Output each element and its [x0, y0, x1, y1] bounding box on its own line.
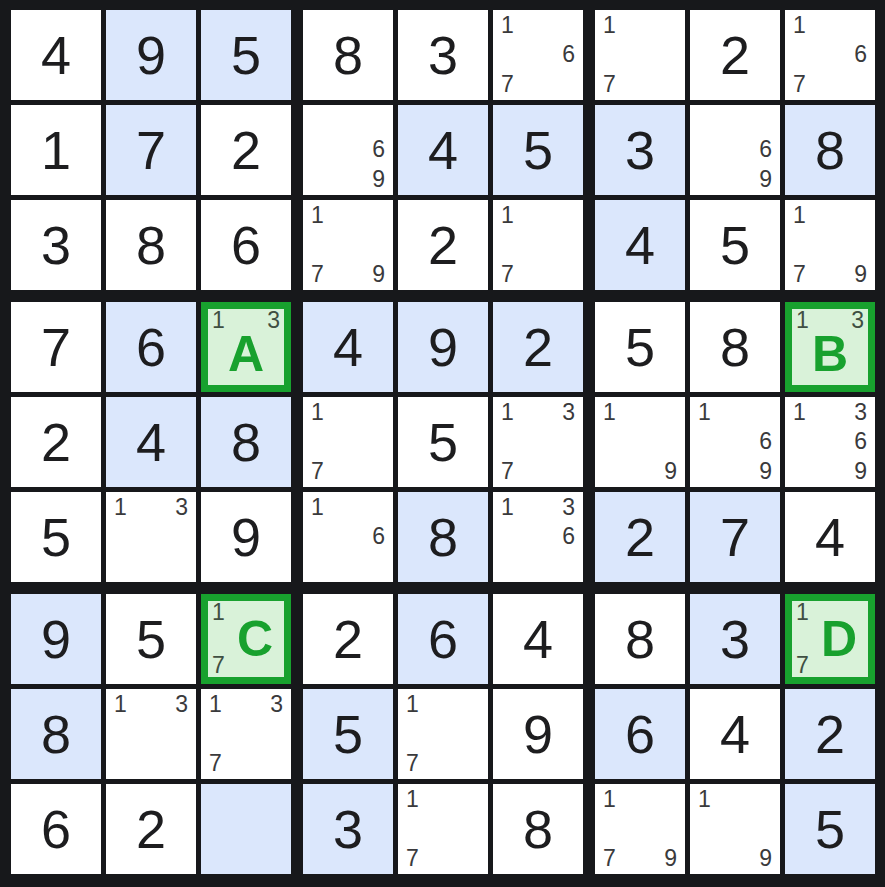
- cell-label-B: B: [792, 316, 868, 392]
- cell-r3c6[interactable]: 17: [493, 200, 583, 290]
- candidate-digit: 7: [311, 460, 324, 483]
- candidate-digit: 7: [603, 73, 616, 96]
- cell-r5c2[interactable]: 4: [106, 397, 196, 487]
- candidate-digit: 9: [664, 847, 677, 870]
- cell-r7c5[interactable]: 6: [398, 594, 488, 684]
- candidate-digit: 7: [603, 847, 616, 870]
- candidate-digit: 1: [603, 401, 616, 424]
- candidate-digit: 6: [759, 430, 772, 453]
- digit: 6: [398, 594, 488, 684]
- cell-r6c8[interactable]: 7: [690, 492, 780, 582]
- cell-r3c4[interactable]: 179: [303, 200, 393, 290]
- pencil-marks: 17: [501, 204, 575, 286]
- candidate-digit: 1: [311, 496, 324, 519]
- digit: 2: [785, 689, 875, 779]
- cell-r1c6[interactable]: 167: [493, 10, 583, 100]
- pencil-marks: 137: [209, 693, 283, 775]
- pencil-marks: 179: [793, 204, 867, 286]
- pencil-marks: 13: [114, 693, 188, 775]
- cell-r3c1[interactable]: 3: [11, 200, 101, 290]
- digit: 8: [11, 689, 101, 779]
- cell-r7c1[interactable]: 9: [11, 594, 101, 684]
- cell-r1c4[interactable]: 8: [303, 10, 393, 100]
- digit: 4: [595, 200, 685, 290]
- cell-r7c2[interactable]: 5: [106, 594, 196, 684]
- digit: 9: [398, 302, 488, 392]
- candidate-digit: 7: [501, 460, 514, 483]
- cell-r9c8[interactable]: 19: [690, 784, 780, 874]
- digit: 6: [201, 200, 291, 290]
- cell-r5c3[interactable]: 8: [201, 397, 291, 487]
- cell-r4c7[interactable]: 5: [595, 302, 685, 392]
- digit: 5: [690, 200, 780, 290]
- cell-r9c5[interactable]: 17: [398, 784, 488, 874]
- digit: 4: [785, 492, 875, 582]
- pencil-marks: 19: [698, 788, 772, 870]
- cell-r3c8[interactable]: 5: [690, 200, 780, 290]
- cell-r5c8[interactable]: 169: [690, 397, 780, 487]
- candidate-digit: 7: [793, 73, 806, 96]
- cell-r3c5[interactable]: 2: [398, 200, 488, 290]
- cell-r8c3[interactable]: 137: [201, 689, 291, 779]
- cell-r9c3[interactable]: [201, 784, 291, 874]
- pencil-marks: 13: [114, 496, 188, 578]
- digit: 3: [303, 784, 393, 874]
- candidate-digit: 6: [759, 138, 772, 161]
- pencil-marks: 167: [501, 14, 575, 96]
- cell-r8c1[interactable]: 8: [11, 689, 101, 779]
- cell-r2c6[interactable]: 5: [493, 105, 583, 195]
- digit: 4: [106, 397, 196, 487]
- cell-r1c9[interactable]: 167: [785, 10, 875, 100]
- digit: 5: [398, 397, 488, 487]
- cell-r9c9[interactable]: 5: [785, 784, 875, 874]
- digit: 4: [398, 105, 488, 195]
- candidate-digit: 1: [603, 14, 616, 37]
- digit: 7: [690, 492, 780, 582]
- digit: 9: [493, 689, 583, 779]
- cell-r2c1[interactable]: 1: [11, 105, 101, 195]
- candidate-digit: 1: [311, 401, 324, 424]
- digit: 9: [11, 594, 101, 684]
- digit: 5: [595, 302, 685, 392]
- pencil-marks: 1369: [793, 401, 867, 483]
- cell-r6c1[interactable]: 5: [11, 492, 101, 582]
- candidate-digit: 1: [311, 204, 324, 227]
- digit: 6: [11, 784, 101, 874]
- pencil-marks: 136: [501, 496, 575, 578]
- candidate-digit: 9: [854, 263, 867, 286]
- cell-r1c3[interactable]: 5: [201, 10, 291, 100]
- cell-r2c8[interactable]: 69: [690, 105, 780, 195]
- cell-r5c9[interactable]: 1369: [785, 397, 875, 487]
- digit: 8: [303, 10, 393, 100]
- cell-label-D: D: [801, 601, 877, 677]
- pencil-marks: 17: [603, 14, 677, 96]
- cell-r3c7[interactable]: 4: [595, 200, 685, 290]
- pencil-marks: 169: [698, 401, 772, 483]
- cell-r4c4[interactable]: 4: [303, 302, 393, 392]
- candidate-digit: 6: [562, 43, 575, 66]
- cell-r5c1[interactable]: 2: [11, 397, 101, 487]
- digit: 3: [595, 105, 685, 195]
- candidate-digit: 9: [759, 460, 772, 483]
- candidate-digit: 3: [854, 401, 867, 424]
- cell-r6c7[interactable]: 2: [595, 492, 685, 582]
- cell-r3c2[interactable]: 8: [106, 200, 196, 290]
- candidate-digit: 9: [759, 168, 772, 191]
- candidate-digit: 7: [406, 752, 419, 775]
- cell-r2c3[interactable]: 2: [201, 105, 291, 195]
- cell-r1c2[interactable]: 9: [106, 10, 196, 100]
- digit: 2: [201, 105, 291, 195]
- cell-r6c9[interactable]: 4: [785, 492, 875, 582]
- digit: 2: [11, 397, 101, 487]
- pencil-marks: 17: [311, 401, 385, 483]
- cell-r2c4[interactable]: 69: [303, 105, 393, 195]
- pencil-marks: 16: [311, 496, 385, 578]
- digit: 9: [201, 492, 291, 582]
- cell-r1c1[interactable]: 4: [11, 10, 101, 100]
- digit: 8: [595, 594, 685, 684]
- candidate-digit: 7: [793, 263, 806, 286]
- digit: 6: [106, 302, 196, 392]
- cell-r5c6[interactable]: 137: [493, 397, 583, 487]
- digit: 8: [398, 492, 488, 582]
- cell-r2c5[interactable]: 4: [398, 105, 488, 195]
- cell-r4c9[interactable]: B13: [785, 302, 875, 392]
- candidate-digit: 6: [562, 525, 575, 548]
- digit: 3: [690, 594, 780, 684]
- cell-r9c2[interactable]: 2: [106, 784, 196, 874]
- digit: 8: [690, 302, 780, 392]
- candidate-digit: 9: [664, 460, 677, 483]
- candidate-digit: 1: [406, 693, 419, 716]
- digit: 1: [11, 105, 101, 195]
- cell-r4c5[interactable]: 9: [398, 302, 488, 392]
- digit: 8: [493, 784, 583, 874]
- candidate-digit: 1: [501, 204, 514, 227]
- digit: 2: [303, 594, 393, 684]
- digit: 4: [303, 302, 393, 392]
- cell-r8c5[interactable]: 17: [398, 689, 488, 779]
- pencil-marks: 19: [603, 401, 677, 483]
- cell-r9c6[interactable]: 8: [493, 784, 583, 874]
- digit: 7: [11, 302, 101, 392]
- candidate-digit: 3: [562, 496, 575, 519]
- cell-r2c9[interactable]: 8: [785, 105, 875, 195]
- digit: 2: [493, 302, 583, 392]
- candidate-digit: 1: [406, 788, 419, 811]
- digit: 5: [201, 10, 291, 100]
- cell-r4c6[interactable]: 2: [493, 302, 583, 392]
- candidate-digit: 1: [793, 204, 806, 227]
- candidate-digit: 7: [501, 263, 514, 286]
- candidate-digit: 1: [793, 14, 806, 37]
- candidate-digit: 7: [406, 847, 419, 870]
- cell-r3c3[interactable]: 6: [201, 200, 291, 290]
- candidate-digit: 3: [175, 496, 188, 519]
- cell-r2c2[interactable]: 7: [106, 105, 196, 195]
- cell-r7c7[interactable]: 8: [595, 594, 685, 684]
- digit: 5: [493, 105, 583, 195]
- candidate-digit: 7: [311, 263, 324, 286]
- cell-r6c3[interactable]: 9: [201, 492, 291, 582]
- cell-r4c8[interactable]: 8: [690, 302, 780, 392]
- digit: 8: [106, 200, 196, 290]
- candidate-digit: 1: [501, 401, 514, 424]
- digit: 2: [398, 200, 488, 290]
- candidate-digit: 1: [698, 788, 711, 811]
- cell-r6c5[interactable]: 8: [398, 492, 488, 582]
- cell-r8c6[interactable]: 9: [493, 689, 583, 779]
- candidate-digit: 3: [270, 693, 283, 716]
- cell-r5c5[interactable]: 5: [398, 397, 488, 487]
- cell-r8c9[interactable]: 2: [785, 689, 875, 779]
- cell-r4c3[interactable]: A13: [201, 302, 291, 392]
- digit: 4: [493, 594, 583, 684]
- cell-r3c9[interactable]: 179: [785, 200, 875, 290]
- digit: 5: [11, 492, 101, 582]
- cell-r1c8[interactable]: 2: [690, 10, 780, 100]
- cell-r7c3[interactable]: C17: [201, 594, 291, 684]
- digit: 5: [785, 784, 875, 874]
- digit: 8: [785, 105, 875, 195]
- cell-r6c6[interactable]: 136: [493, 492, 583, 582]
- pencil-marks: 179: [603, 788, 677, 870]
- candidate-digit: 6: [854, 430, 867, 453]
- candidate-digit: 9: [759, 847, 772, 870]
- cell-r1c5[interactable]: 3: [398, 10, 488, 100]
- cell-r4c2[interactable]: 6: [106, 302, 196, 392]
- digit: 3: [11, 200, 101, 290]
- cell-r4c1[interactable]: 7: [11, 302, 101, 392]
- candidate-digit: 6: [854, 43, 867, 66]
- digit: 9: [106, 10, 196, 100]
- candidate-digit: 7: [209, 752, 222, 775]
- digit: 5: [303, 689, 393, 779]
- cell-r1c7[interactable]: 17: [595, 10, 685, 100]
- candidate-digit: 3: [175, 693, 188, 716]
- cell-r6c2[interactable]: 13: [106, 492, 196, 582]
- pencil-marks: 167: [793, 14, 867, 96]
- pencil-marks: 137: [501, 401, 575, 483]
- candidate-digit: 9: [372, 263, 385, 286]
- cell-r7c4[interactable]: 2: [303, 594, 393, 684]
- digit: 4: [690, 689, 780, 779]
- sudoku-board: 4958316717216717269453698386179217451797…: [0, 0, 885, 887]
- cell-r2c7[interactable]: 3: [595, 105, 685, 195]
- digit: 2: [595, 492, 685, 582]
- cell-r5c7[interactable]: 19: [595, 397, 685, 487]
- cell-r7c8[interactable]: 3: [690, 594, 780, 684]
- cell-r8c2[interactable]: 13: [106, 689, 196, 779]
- digit: 2: [690, 10, 780, 100]
- cell-r5c4[interactable]: 17: [303, 397, 393, 487]
- digit: 7: [106, 105, 196, 195]
- pencil-marks: 17: [406, 788, 480, 870]
- digit: 2: [106, 784, 196, 874]
- cell-r9c1[interactable]: 6: [11, 784, 101, 874]
- digit: 3: [398, 10, 488, 100]
- cell-r6c4[interactable]: 16: [303, 492, 393, 582]
- cell-label-C: C: [217, 601, 293, 677]
- candidate-digit: 1: [793, 401, 806, 424]
- cell-r8c7[interactable]: 6: [595, 689, 685, 779]
- candidate-digit: 1: [114, 693, 127, 716]
- cell-r8c4[interactable]: 5: [303, 689, 393, 779]
- digit: 6: [595, 689, 685, 779]
- candidate-digit: 1: [114, 496, 127, 519]
- candidate-digit: 1: [501, 496, 514, 519]
- cell-r8c8[interactable]: 4: [690, 689, 780, 779]
- candidate-digit: 1: [603, 788, 616, 811]
- candidate-digit: 6: [372, 525, 385, 548]
- pencil-marks: 69: [698, 109, 772, 191]
- pencil-marks: 17: [406, 693, 480, 775]
- candidate-digit: 1: [209, 693, 222, 716]
- digit: 4: [11, 10, 101, 100]
- cell-label-A: A: [208, 316, 284, 392]
- digit: 8: [201, 397, 291, 487]
- candidate-digit: 9: [372, 168, 385, 191]
- candidate-digit: 1: [501, 14, 514, 37]
- candidate-digit: 9: [854, 460, 867, 483]
- pencil-marks: 179: [311, 204, 385, 286]
- digit: 5: [106, 594, 196, 684]
- candidate-digit: 3: [562, 401, 575, 424]
- cell-r7c9[interactable]: D17: [785, 594, 875, 684]
- cell-r9c7[interactable]: 179: [595, 784, 685, 874]
- cell-r9c4[interactable]: 3: [303, 784, 393, 874]
- candidate-digit: 1: [698, 401, 711, 424]
- pencil-marks: 69: [311, 109, 385, 191]
- candidate-digit: 6: [372, 138, 385, 161]
- candidate-digit: 7: [501, 73, 514, 96]
- cell-r7c6[interactable]: 4: [493, 594, 583, 684]
